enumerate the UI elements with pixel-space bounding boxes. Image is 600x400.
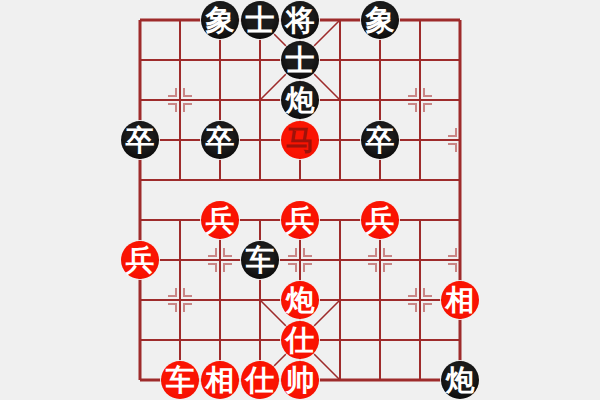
piece-red-soldier[interactable]: 兵: [201, 201, 239, 239]
piece-black-advisor[interactable]: 士: [241, 1, 279, 39]
pieces-layer: 象士将象士炮卒卒马卒兵兵兵兵车炮相仕车相仕帅炮: [0, 0, 600, 400]
piece-red-soldier[interactable]: 兵: [361, 201, 399, 239]
piece-black-general[interactable]: 将: [281, 1, 319, 39]
piece-red-horse[interactable]: 马: [281, 121, 319, 159]
piece-black-elephant[interactable]: 象: [361, 1, 399, 39]
piece-black-chariot[interactable]: 车: [241, 241, 279, 279]
piece-red-soldier[interactable]: 兵: [281, 201, 319, 239]
piece-red-advisor[interactable]: 仕: [281, 321, 319, 359]
piece-red-general[interactable]: 帅: [281, 361, 319, 399]
piece-red-chariot[interactable]: 车: [161, 361, 199, 399]
piece-black-cannon[interactable]: 炮: [281, 81, 319, 119]
piece-black-soldier[interactable]: 卒: [121, 121, 159, 159]
piece-black-soldier[interactable]: 卒: [361, 121, 399, 159]
piece-red-soldier[interactable]: 兵: [121, 241, 159, 279]
piece-red-elephant[interactable]: 相: [201, 361, 239, 399]
piece-red-elephant[interactable]: 相: [441, 281, 479, 319]
piece-black-advisor[interactable]: 士: [281, 41, 319, 79]
piece-red-cannon[interactable]: 炮: [281, 281, 319, 319]
xiangqi-board: 象士将象士炮卒卒马卒兵兵兵兵车炮相仕车相仕帅炮: [0, 0, 600, 400]
piece-black-elephant[interactable]: 象: [201, 1, 239, 39]
piece-black-soldier[interactable]: 卒: [201, 121, 239, 159]
piece-black-cannon[interactable]: 炮: [441, 361, 479, 399]
piece-red-advisor[interactable]: 仕: [241, 361, 279, 399]
